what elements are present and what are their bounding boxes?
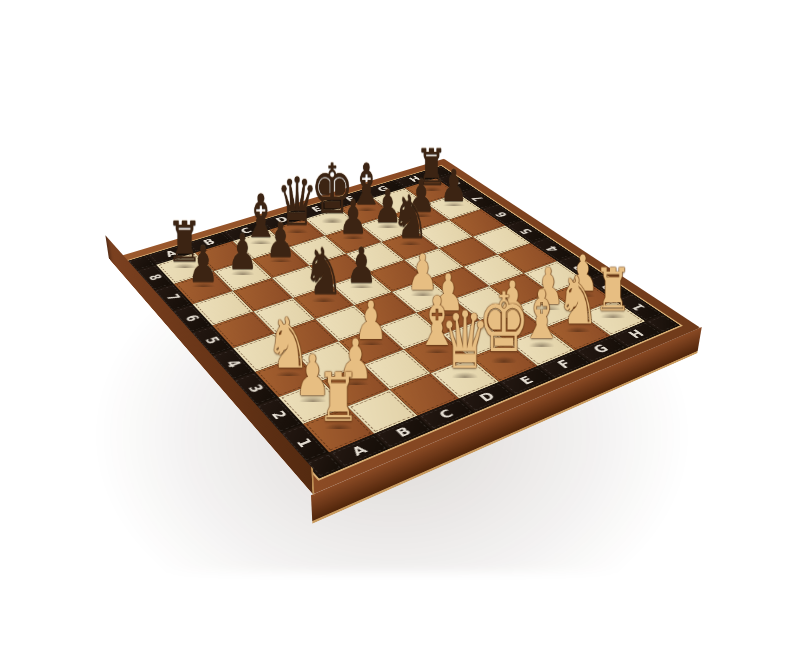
white-knight-glyph: ♞ [557, 267, 599, 336]
rank-label-right-7-label: 7 [469, 195, 487, 203]
black-pawn-glyph: ♟ [188, 240, 219, 291]
rank-label-left-4-label: 4 [222, 358, 244, 370]
white-rook-glyph: ♜ [317, 364, 359, 434]
file-label-bottom-h-label: H [626, 328, 648, 341]
file-label-bottom-d-label: D [476, 390, 499, 405]
file-label-bottom-a-label: A [348, 443, 370, 459]
file-label-bottom-c-label: C [436, 407, 458, 422]
rank-label-right-6-label: 6 [493, 211, 511, 219]
black-pawn-glyph: ♟ [266, 217, 296, 266]
rank-label-left-7-label: 7 [162, 293, 182, 303]
piece-black-pawn-b7[interactable]: ♟ [224, 197, 262, 278]
black-pawn-glyph: ♟ [227, 228, 257, 278]
piece-white-knight-g1[interactable]: ♞ [557, 249, 598, 336]
piece-white-rook-h1[interactable]: ♜ [593, 236, 633, 322]
piece-black-pawn-h7[interactable]: ♟ [437, 136, 472, 210]
rank-label-left-3-label: 3 [244, 383, 267, 395]
file-label-bottom-e-label: E [516, 374, 537, 387]
rank-label-left-5-label: 5 [201, 335, 222, 346]
rank-label-left-6-label: 6 [181, 313, 202, 323]
piece-black-pawn-a7[interactable]: ♟ [184, 209, 223, 292]
rank-label-left-8-label: 8 [145, 273, 165, 282]
black-pawn-glyph: ♟ [440, 164, 468, 210]
piece-black-knight-c5[interactable]: ♞ [304, 222, 343, 306]
file-label-bottom-b-label: B [393, 424, 415, 440]
piece-black-pawn-c7[interactable]: ♟ [262, 186, 299, 266]
white-rook-glyph: ♜ [594, 260, 631, 321]
rank-label-left-1-label: 1 [292, 436, 316, 450]
piece-white-queen-d1[interactable]: ♛ [443, 290, 486, 382]
piece-white-rook-a1[interactable]: ♜ [316, 336, 362, 434]
white-queen-glyph: ♛ [440, 301, 490, 382]
rank-label-left-2-label: 2 [267, 409, 290, 422]
file-label-bottom-f-label: F [555, 358, 576, 371]
file-label-bottom-g-label: G [590, 343, 612, 356]
